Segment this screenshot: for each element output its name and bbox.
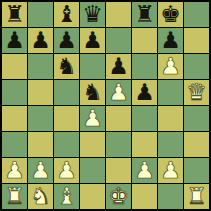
square-h4[interactable]: [184, 106, 209, 131]
square-c8[interactable]: ♝: [54, 2, 79, 27]
square-e6[interactable]: ♟: [106, 54, 131, 79]
piece-black-pawn[interactable]: ♟: [134, 80, 155, 105]
square-h7[interactable]: [184, 28, 209, 53]
square-g6[interactable]: ♟: [158, 54, 183, 79]
square-d2[interactable]: [80, 158, 105, 183]
square-b1[interactable]: ♞: [28, 184, 53, 209]
square-b6[interactable]: [28, 54, 53, 79]
piece-white-pawn[interactable]: ♟: [4, 158, 25, 183]
square-d6[interactable]: [80, 54, 105, 79]
piece-black-knight[interactable]: ♞: [82, 80, 103, 105]
square-f1[interactable]: [132, 184, 157, 209]
square-a5[interactable]: [2, 80, 27, 105]
square-a6[interactable]: [2, 54, 27, 79]
square-b4[interactable]: [28, 106, 53, 131]
piece-white-pawn[interactable]: ♟: [134, 158, 155, 183]
square-b2[interactable]: ♟: [28, 158, 53, 183]
piece-white-pawn[interactable]: ♟: [160, 158, 181, 183]
square-c7[interactable]: ♟: [54, 28, 79, 53]
piece-black-rook[interactable]: ♜: [134, 2, 155, 27]
square-c5[interactable]: [54, 80, 79, 105]
square-f7[interactable]: [132, 28, 157, 53]
piece-white-pawn[interactable]: ♟: [160, 54, 181, 79]
piece-black-bishop[interactable]: ♝: [56, 2, 77, 27]
square-e8[interactable]: [106, 2, 131, 27]
square-g2[interactable]: ♟: [158, 158, 183, 183]
square-f5[interactable]: ♟: [132, 80, 157, 105]
square-a7[interactable]: ♟: [2, 28, 27, 53]
square-g5[interactable]: [158, 80, 183, 105]
square-h3[interactable]: [184, 132, 209, 157]
square-d3[interactable]: [80, 132, 105, 157]
square-f2[interactable]: ♟: [132, 158, 157, 183]
square-d8[interactable]: ♛: [80, 2, 105, 27]
square-c4[interactable]: [54, 106, 79, 131]
square-g7[interactable]: ♟: [158, 28, 183, 53]
piece-white-pawn[interactable]: ♟: [82, 106, 103, 131]
square-h5[interactable]: ♛: [184, 80, 209, 105]
square-a8[interactable]: ♜: [2, 2, 27, 27]
piece-black-pawn[interactable]: ♟: [82, 28, 103, 53]
square-e5[interactable]: ♟: [106, 80, 131, 105]
square-a1[interactable]: ♜: [2, 184, 27, 209]
square-g8[interactable]: ♚: [158, 2, 183, 27]
square-h1[interactable]: ♜: [184, 184, 209, 209]
square-h6[interactable]: [184, 54, 209, 79]
square-c2[interactable]: ♟: [54, 158, 79, 183]
piece-black-pawn[interactable]: ♟: [4, 28, 25, 53]
square-a2[interactable]: ♟: [2, 158, 27, 183]
square-a4[interactable]: [2, 106, 27, 131]
square-d4[interactable]: ♟: [80, 106, 105, 131]
square-c1[interactable]: ♝: [54, 184, 79, 209]
square-f6[interactable]: [132, 54, 157, 79]
piece-white-pawn[interactable]: ♟: [108, 80, 129, 105]
square-e2[interactable]: [106, 158, 131, 183]
piece-black-queen[interactable]: ♛: [82, 2, 103, 27]
piece-white-knight[interactable]: ♞: [30, 184, 51, 209]
chess-board: ♜♝♛♜♚♟♟♟♟♟♞♟♟♞♟♟♛♟♟♟♟♟♟♜♞♝♚♜: [0, 0, 211, 211]
square-g4[interactable]: [158, 106, 183, 131]
piece-white-rook[interactable]: ♜: [4, 184, 25, 209]
square-d1[interactable]: [80, 184, 105, 209]
piece-white-rook[interactable]: ♜: [186, 184, 207, 209]
piece-white-queen[interactable]: ♛: [186, 80, 207, 105]
square-f4[interactable]: [132, 106, 157, 131]
square-b8[interactable]: [28, 2, 53, 27]
piece-black-pawn[interactable]: ♟: [56, 28, 77, 53]
square-f3[interactable]: [132, 132, 157, 157]
square-h8[interactable]: [184, 2, 209, 27]
piece-white-king[interactable]: ♚: [108, 184, 129, 209]
square-e1[interactable]: ♚: [106, 184, 131, 209]
piece-black-rook[interactable]: ♜: [4, 2, 25, 27]
square-b5[interactable]: [28, 80, 53, 105]
piece-black-pawn[interactable]: ♟: [108, 54, 129, 79]
square-d7[interactable]: ♟: [80, 28, 105, 53]
square-b7[interactable]: ♟: [28, 28, 53, 53]
square-d5[interactable]: ♞: [80, 80, 105, 105]
square-e3[interactable]: [106, 132, 131, 157]
square-e7[interactable]: [106, 28, 131, 53]
square-b3[interactable]: [28, 132, 53, 157]
square-e4[interactable]: [106, 106, 131, 131]
square-g1[interactable]: [158, 184, 183, 209]
piece-black-king[interactable]: ♚: [160, 2, 181, 27]
square-c3[interactable]: [54, 132, 79, 157]
square-g3[interactable]: [158, 132, 183, 157]
piece-white-bishop[interactable]: ♝: [56, 184, 77, 209]
square-f8[interactable]: ♜: [132, 2, 157, 27]
piece-white-pawn[interactable]: ♟: [56, 158, 77, 183]
square-h2[interactable]: [184, 158, 209, 183]
piece-black-pawn[interactable]: ♟: [160, 28, 181, 53]
square-c6[interactable]: ♞: [54, 54, 79, 79]
square-a3[interactable]: [2, 132, 27, 157]
piece-black-knight[interactable]: ♞: [56, 54, 77, 79]
piece-white-pawn[interactable]: ♟: [30, 158, 51, 183]
piece-black-pawn[interactable]: ♟: [30, 28, 51, 53]
